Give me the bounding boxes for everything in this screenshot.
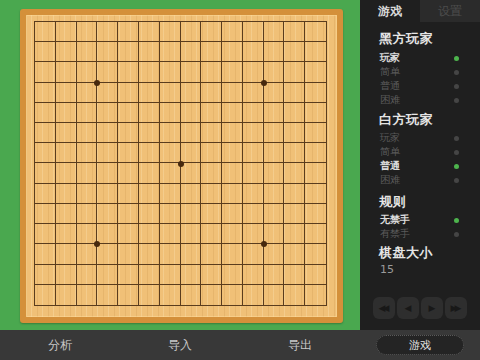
board-cell[interactable] xyxy=(264,285,285,305)
step-back-button[interactable]: ◀ xyxy=(397,297,419,319)
radio-dot-icon xyxy=(454,70,459,75)
board-cell[interactable] xyxy=(160,83,181,103)
board-cell[interactable] xyxy=(139,42,160,62)
board-cell[interactable] xyxy=(222,163,243,183)
board-cell[interactable] xyxy=(222,103,243,123)
board-cell[interactable] xyxy=(264,103,285,123)
radio-dot-icon xyxy=(454,136,459,141)
board-cell[interactable] xyxy=(56,285,77,305)
board-cell[interactable] xyxy=(160,62,181,82)
board-cell[interactable] xyxy=(305,143,326,163)
board-cell[interactable] xyxy=(77,244,98,264)
board-cell[interactable] xyxy=(139,244,160,264)
board-cell[interactable] xyxy=(243,163,264,183)
board-cell[interactable] xyxy=(264,143,285,163)
board-cell[interactable] xyxy=(77,103,98,123)
board-cell[interactable] xyxy=(181,123,202,143)
board-cell[interactable] xyxy=(118,163,139,183)
rules-heading: 规则 xyxy=(379,194,480,210)
board-cell[interactable] xyxy=(139,123,160,143)
board-cell[interactable] xyxy=(118,184,139,204)
option-label: 简单 xyxy=(380,65,400,79)
board-cell[interactable] xyxy=(284,83,305,103)
board-cell[interactable] xyxy=(139,83,160,103)
board-cell[interactable] xyxy=(181,244,202,264)
board-cell[interactable] xyxy=(181,22,202,42)
board-cell[interactable] xyxy=(305,265,326,285)
white-option-easy[interactable]: 简单 xyxy=(360,145,480,159)
board-cell[interactable] xyxy=(305,224,326,244)
board-cell[interactable] xyxy=(97,163,118,183)
board-cell[interactable] xyxy=(243,204,264,224)
board-cell[interactable] xyxy=(201,22,222,42)
radio-dot-icon xyxy=(454,218,459,223)
board-cell[interactable] xyxy=(97,224,118,244)
board-lattice[interactable] xyxy=(34,21,327,306)
board-cell[interactable] xyxy=(77,22,98,42)
board-cell[interactable] xyxy=(35,22,56,42)
board-cell[interactable] xyxy=(97,62,118,82)
board-cell[interactable] xyxy=(56,83,77,103)
board-cell[interactable] xyxy=(181,184,202,204)
board-cell[interactable] xyxy=(264,265,285,285)
analyze-cell: 分析 xyxy=(0,330,120,360)
board-cell[interactable] xyxy=(264,224,285,244)
radio-dot-icon xyxy=(454,56,459,61)
board-cell[interactable] xyxy=(35,42,56,62)
board-cell[interactable] xyxy=(284,285,305,305)
sidebar-tabbar: 游戏 设置 xyxy=(360,0,480,22)
board-cell[interactable] xyxy=(305,244,326,264)
board-cell[interactable] xyxy=(305,204,326,224)
board-cell[interactable] xyxy=(222,42,243,62)
board-cell[interactable] xyxy=(181,143,202,163)
board-cell[interactable] xyxy=(97,265,118,285)
option-label: 简单 xyxy=(380,145,400,159)
board-size-value[interactable]: 15 xyxy=(380,263,480,277)
board-cell[interactable] xyxy=(305,62,326,82)
board-cell[interactable] xyxy=(35,265,56,285)
game-cell: 游戏 xyxy=(360,330,480,360)
board-cell[interactable] xyxy=(305,163,326,183)
board-cell[interactable] xyxy=(201,184,222,204)
option-label: 普通 xyxy=(380,79,400,93)
board-cell[interactable] xyxy=(118,42,139,62)
black-option-player[interactable]: 玩家 xyxy=(360,51,480,65)
board-cell[interactable] xyxy=(118,265,139,285)
board-cell[interactable] xyxy=(77,123,98,143)
board-cell[interactable] xyxy=(284,244,305,264)
white-option-hard[interactable]: 困难 xyxy=(360,173,480,187)
board-cell[interactable] xyxy=(222,285,243,305)
board-cell[interactable] xyxy=(118,143,139,163)
board-cell[interactable] xyxy=(160,42,181,62)
black-option-hard[interactable]: 困难 xyxy=(360,93,480,107)
board-cell[interactable] xyxy=(160,22,181,42)
board-cell[interactable] xyxy=(118,123,139,143)
board-cell[interactable] xyxy=(181,285,202,305)
export-cell: 导出 xyxy=(240,330,360,360)
board-cell[interactable] xyxy=(56,42,77,62)
rule-option-no-forbidden[interactable]: 无禁手 xyxy=(360,213,480,227)
option-label: 普通 xyxy=(380,159,400,173)
board-cell[interactable] xyxy=(201,42,222,62)
board-cell[interactable] xyxy=(222,22,243,42)
board-cell[interactable] xyxy=(160,244,181,264)
option-label: 困难 xyxy=(380,93,400,107)
board-cell[interactable] xyxy=(35,163,56,183)
board-cell[interactable] xyxy=(264,204,285,224)
board-cell[interactable] xyxy=(97,204,118,224)
tab-settings[interactable]: 设置 xyxy=(420,0,480,22)
board-cell[interactable] xyxy=(243,22,264,42)
board-cell[interactable] xyxy=(118,83,139,103)
black-option-normal[interactable]: 普通 xyxy=(360,79,480,93)
board-cell[interactable] xyxy=(56,163,77,183)
board-cell[interactable] xyxy=(77,42,98,62)
board-cell[interactable] xyxy=(284,143,305,163)
board-cell[interactable] xyxy=(181,103,202,123)
board-cell[interactable] xyxy=(56,62,77,82)
rewind-icon: ◀◀ xyxy=(379,304,387,313)
board-cell[interactable] xyxy=(243,244,264,264)
board-cell[interactable] xyxy=(201,62,222,82)
game-button[interactable]: 游戏 xyxy=(376,335,464,355)
board-cell[interactable] xyxy=(284,42,305,62)
board-cell[interactable] xyxy=(305,123,326,143)
board-cell[interactable] xyxy=(97,244,118,264)
board-cell[interactable] xyxy=(201,83,222,103)
board-cell[interactable] xyxy=(77,163,98,183)
board-cell[interactable] xyxy=(243,42,264,62)
board-cell[interactable] xyxy=(97,22,118,42)
board-cell[interactable] xyxy=(35,83,56,103)
star-point xyxy=(178,161,184,167)
board-cell[interactable] xyxy=(305,103,326,123)
board-cell[interactable] xyxy=(181,62,202,82)
go-to-end-button[interactable]: ▶▶ xyxy=(445,297,467,319)
board-cell[interactable] xyxy=(35,244,56,264)
board-cell[interactable] xyxy=(139,22,160,42)
star-point xyxy=(94,80,100,86)
board-cell[interactable] xyxy=(56,204,77,224)
board-cell[interactable] xyxy=(201,204,222,224)
rule-option-forbidden[interactable]: 有禁手 xyxy=(360,227,480,241)
board-cell[interactable] xyxy=(160,285,181,305)
radio-dot-icon xyxy=(454,84,459,89)
radio-dot-icon xyxy=(454,232,459,237)
option-label: 困难 xyxy=(380,173,400,187)
board-cell[interactable] xyxy=(35,184,56,204)
board-cell[interactable] xyxy=(139,163,160,183)
board-cell[interactable] xyxy=(284,204,305,224)
board-cell[interactable] xyxy=(97,184,118,204)
board-cell[interactable] xyxy=(139,184,160,204)
move-navigation: ◀◀ ◀ ▶ ▶▶ xyxy=(360,297,480,319)
board-cell[interactable] xyxy=(201,285,222,305)
board-cell[interactable] xyxy=(139,285,160,305)
board-cell[interactable] xyxy=(264,62,285,82)
board-cell[interactable] xyxy=(118,244,139,264)
radio-dot-icon xyxy=(454,150,459,155)
board-cell[interactable] xyxy=(264,22,285,42)
board-cell[interactable] xyxy=(264,244,285,264)
board-cell[interactable] xyxy=(222,224,243,244)
board-cell[interactable] xyxy=(264,184,285,204)
gomoku-board[interactable] xyxy=(20,9,343,323)
black-option-easy[interactable]: 简单 xyxy=(360,65,480,79)
board-cell[interactable] xyxy=(222,83,243,103)
board-cell[interactable] xyxy=(201,123,222,143)
step-forward-icon: ▶ xyxy=(429,304,436,313)
radio-dot-icon xyxy=(454,164,459,169)
board-cell[interactable] xyxy=(56,22,77,42)
board-cell[interactable] xyxy=(284,62,305,82)
board-cell[interactable] xyxy=(56,224,77,244)
board-cell[interactable] xyxy=(35,143,56,163)
board-cell[interactable] xyxy=(222,143,243,163)
board-cell[interactable] xyxy=(35,204,56,224)
board-cell[interactable] xyxy=(56,143,77,163)
board-cell[interactable] xyxy=(243,285,264,305)
board-cell[interactable] xyxy=(118,62,139,82)
board-cell[interactable] xyxy=(264,123,285,143)
board-cell[interactable] xyxy=(160,224,181,244)
board-cell[interactable] xyxy=(56,244,77,264)
board-cell[interactable] xyxy=(77,83,98,103)
board-cell[interactable] xyxy=(222,265,243,285)
board-cell[interactable] xyxy=(97,285,118,305)
board-cell[interactable] xyxy=(35,285,56,305)
board-cell[interactable] xyxy=(284,22,305,42)
board-size-heading: 棋盘大小 xyxy=(379,245,480,261)
board-cell[interactable] xyxy=(284,224,305,244)
board-cell[interactable] xyxy=(222,204,243,224)
white-player-heading: 白方玩家 xyxy=(379,112,480,128)
board-cell[interactable] xyxy=(139,143,160,163)
black-player-options: 玩家 简单 普通 困难 xyxy=(360,51,480,107)
board-cell[interactable] xyxy=(243,123,264,143)
board-cell[interactable] xyxy=(264,42,285,62)
board-cell[interactable] xyxy=(77,265,98,285)
board-cell[interactable] xyxy=(284,123,305,143)
step-forward-button[interactable]: ▶ xyxy=(421,297,443,319)
board-cell[interactable] xyxy=(222,184,243,204)
settings-sidebar: 游戏 设置 黑方玩家 玩家 简单 普通 困难 白方玩家 xyxy=(360,0,480,330)
board-cell[interactable] xyxy=(201,244,222,264)
board-cell[interactable] xyxy=(181,265,202,285)
option-label: 无禁手 xyxy=(380,213,410,227)
board-cell[interactable] xyxy=(118,22,139,42)
board-cell[interactable] xyxy=(160,103,181,123)
board-cell[interactable] xyxy=(284,184,305,204)
board-cell[interactable] xyxy=(201,103,222,123)
board-cell[interactable] xyxy=(56,184,77,204)
board-cell[interactable] xyxy=(201,163,222,183)
board-cell[interactable] xyxy=(35,103,56,123)
board-cell[interactable] xyxy=(181,224,202,244)
rules-options: 无禁手 有禁手 xyxy=(360,213,480,241)
import-button[interactable]: 导入 xyxy=(168,337,192,354)
option-label: 玩家 xyxy=(380,131,400,145)
board-cell[interactable] xyxy=(243,103,264,123)
board-cell[interactable] xyxy=(160,123,181,143)
board-cell[interactable] xyxy=(222,123,243,143)
board-cell[interactable] xyxy=(264,83,285,103)
bottom-toolbar: 分析 导入 导出 游戏 xyxy=(0,330,480,360)
go-to-start-button[interactable]: ◀◀ xyxy=(373,297,395,319)
board-cell[interactable] xyxy=(139,265,160,285)
board-cell[interactable] xyxy=(305,285,326,305)
option-label: 有禁手 xyxy=(380,227,410,241)
board-cell[interactable] xyxy=(181,204,202,224)
white-player-options: 玩家 简单 普通 困难 xyxy=(360,131,480,187)
analyze-button[interactable]: 分析 xyxy=(48,337,72,354)
board-cell[interactable] xyxy=(118,224,139,244)
star-point xyxy=(261,80,267,86)
board-cell[interactable] xyxy=(77,204,98,224)
option-label: 玩家 xyxy=(380,51,400,65)
board-cell[interactable] xyxy=(160,184,181,204)
tab-game[interactable]: 游戏 xyxy=(360,0,420,22)
board-cell[interactable] xyxy=(139,103,160,123)
board-cell[interactable] xyxy=(77,285,98,305)
board-cell[interactable] xyxy=(264,163,285,183)
board-cell[interactable] xyxy=(77,143,98,163)
board-cell[interactable] xyxy=(97,143,118,163)
white-option-player[interactable]: 玩家 xyxy=(360,131,480,145)
board-cell[interactable] xyxy=(118,285,139,305)
board-cell[interactable] xyxy=(305,22,326,42)
fast-forward-icon: ▶▶ xyxy=(451,304,459,313)
board-cell[interactable] xyxy=(201,224,222,244)
board-cell[interactable] xyxy=(97,42,118,62)
board-cell[interactable] xyxy=(284,103,305,123)
board-cell[interactable] xyxy=(118,103,139,123)
board-cell[interactable] xyxy=(35,62,56,82)
board-cell[interactable] xyxy=(284,163,305,183)
radio-dot-icon xyxy=(454,98,459,103)
board-cell[interactable] xyxy=(77,184,98,204)
app-window: 游戏 设置 黑方玩家 玩家 简单 普通 困难 白方玩家 xyxy=(0,0,480,360)
board-cell[interactable] xyxy=(243,83,264,103)
board-cell[interactable] xyxy=(160,265,181,285)
board-cell[interactable] xyxy=(181,42,202,62)
board-cell[interactable] xyxy=(160,204,181,224)
board-cell[interactable] xyxy=(160,163,181,183)
board-cell[interactable] xyxy=(139,204,160,224)
export-button[interactable]: 导出 xyxy=(288,337,312,354)
board-cell[interactable] xyxy=(305,184,326,204)
board-cell[interactable] xyxy=(139,224,160,244)
board-cell[interactable] xyxy=(181,83,202,103)
board-cell[interactable] xyxy=(56,103,77,123)
board-cell[interactable] xyxy=(118,204,139,224)
board-cell[interactable] xyxy=(201,143,222,163)
board-cell[interactable] xyxy=(56,123,77,143)
board-cell[interactable] xyxy=(201,265,222,285)
step-back-icon: ◀ xyxy=(405,304,412,313)
board-cell[interactable] xyxy=(243,143,264,163)
white-option-normal[interactable]: 普通 xyxy=(360,159,480,173)
board-cell[interactable] xyxy=(243,265,264,285)
black-player-heading: 黑方玩家 xyxy=(379,31,480,47)
star-point xyxy=(261,241,267,247)
board-cell[interactable] xyxy=(35,224,56,244)
radio-dot-icon xyxy=(454,178,459,183)
import-cell: 导入 xyxy=(120,330,240,360)
board-cell[interactable] xyxy=(139,62,160,82)
board-cell[interactable] xyxy=(97,123,118,143)
board-cell[interactable] xyxy=(284,265,305,285)
star-point xyxy=(94,241,100,247)
board-cell[interactable] xyxy=(56,265,77,285)
board-cell[interactable] xyxy=(305,42,326,62)
board-cell[interactable] xyxy=(97,83,118,103)
board-cell[interactable] xyxy=(35,123,56,143)
board-cell[interactable] xyxy=(243,184,264,204)
board-cell[interactable] xyxy=(222,62,243,82)
board-cell[interactable] xyxy=(181,163,202,183)
board-cell[interactable] xyxy=(222,244,243,264)
board-cell[interactable] xyxy=(97,103,118,123)
board-cell[interactable] xyxy=(305,83,326,103)
